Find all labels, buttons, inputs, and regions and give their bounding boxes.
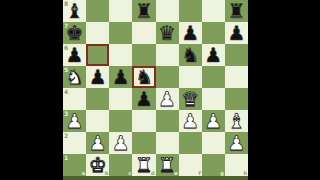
square-g2[interactable] xyxy=(202,132,225,154)
square-f5[interactable] xyxy=(179,66,202,88)
square-c8[interactable] xyxy=(109,0,132,22)
square-b5[interactable]: ♟ xyxy=(86,66,109,88)
square-d4[interactable]: ♟ xyxy=(132,88,155,110)
square-b6[interactable] xyxy=(86,44,109,66)
piece-white-pawn-e4[interactable]: ♟ xyxy=(156,88,179,110)
piece-black-rook-d8[interactable]: ♜ xyxy=(132,0,155,22)
piece-black-queen-e7[interactable]: ♛ xyxy=(156,22,179,44)
square-f8[interactable] xyxy=(179,0,202,22)
square-f6[interactable]: ♞ xyxy=(179,44,202,66)
square-a7[interactable]: 7♚ xyxy=(63,22,86,44)
piece-black-pawn-f7[interactable]: ♟ xyxy=(179,22,202,44)
square-a5[interactable]: 5♞ xyxy=(63,66,86,88)
square-c1[interactable]: c xyxy=(109,154,132,176)
square-a4[interactable]: 4 xyxy=(63,88,86,110)
square-g4[interactable] xyxy=(202,88,225,110)
square-a3[interactable]: 3♟ xyxy=(63,110,86,132)
square-c7[interactable] xyxy=(109,22,132,44)
chess-board: 8♝♜♜7♚♛♟♟6♟♞♟5♞♟♟♞4♟♟♛3♟♟♟♝2♟♟♟1ab♚cd♜e♜… xyxy=(63,0,248,176)
piece-white-knight-a5[interactable]: ♞ xyxy=(63,66,86,88)
square-h8[interactable]: ♜ xyxy=(225,0,248,22)
square-g1[interactable]: g xyxy=(202,154,225,176)
square-d3[interactable] xyxy=(132,110,155,132)
square-e6[interactable] xyxy=(156,44,179,66)
square-h6[interactable] xyxy=(225,44,248,66)
rank-label-4: 4 xyxy=(64,88,68,95)
square-b1[interactable]: b♚ xyxy=(86,154,109,176)
square-e7[interactable]: ♛ xyxy=(156,22,179,44)
piece-black-king-a7[interactable]: ♚ xyxy=(63,22,86,44)
piece-black-pawn-b5[interactable]: ♟ xyxy=(86,66,109,88)
square-b4[interactable] xyxy=(86,88,109,110)
square-f4[interactable]: ♛ xyxy=(179,88,202,110)
square-b7[interactable] xyxy=(86,22,109,44)
piece-black-pawn-g6[interactable]: ♟ xyxy=(202,44,225,66)
square-e4[interactable]: ♟ xyxy=(156,88,179,110)
square-h4[interactable] xyxy=(225,88,248,110)
rank-label-1: 1 xyxy=(64,154,68,161)
square-c6[interactable] xyxy=(109,44,132,66)
square-e2[interactable] xyxy=(156,132,179,154)
square-a1[interactable]: 1a xyxy=(63,154,86,176)
piece-black-pawn-a6[interactable]: ♟ xyxy=(63,44,86,66)
square-d2[interactable] xyxy=(132,132,155,154)
piece-white-pawn-h2[interactable]: ♟ xyxy=(225,132,248,154)
piece-white-pawn-f3[interactable]: ♟ xyxy=(179,110,202,132)
square-d6[interactable] xyxy=(132,44,155,66)
piece-white-bishop-h3[interactable]: ♝ xyxy=(225,110,248,132)
piece-white-rook-e1[interactable]: ♜ xyxy=(156,154,179,176)
square-d5[interactable]: ♞ xyxy=(132,66,155,88)
square-f2[interactable] xyxy=(179,132,202,154)
square-f1[interactable]: f xyxy=(179,154,202,176)
piece-black-bishop-a8[interactable]: ♝ xyxy=(63,0,86,22)
square-g7[interactable] xyxy=(202,22,225,44)
piece-white-queen-f4[interactable]: ♛ xyxy=(179,88,202,110)
square-g3[interactable]: ♟ xyxy=(202,110,225,132)
square-d8[interactable]: ♜ xyxy=(132,0,155,22)
piece-white-king-b1[interactable]: ♚ xyxy=(86,154,109,176)
piece-white-pawn-g3[interactable]: ♟ xyxy=(202,110,225,132)
square-c2[interactable]: ♟ xyxy=(109,132,132,154)
square-h1[interactable]: h xyxy=(225,154,248,176)
square-e8[interactable] xyxy=(156,0,179,22)
square-h7[interactable]: ♟ xyxy=(225,22,248,44)
square-b3[interactable] xyxy=(86,110,109,132)
square-g5[interactable] xyxy=(202,66,225,88)
square-e3[interactable] xyxy=(156,110,179,132)
square-b8[interactable] xyxy=(86,0,109,22)
square-h3[interactable]: ♝ xyxy=(225,110,248,132)
piece-white-pawn-b2[interactable]: ♟ xyxy=(86,132,109,154)
piece-black-pawn-d4[interactable]: ♟ xyxy=(132,88,155,110)
square-c3[interactable] xyxy=(109,110,132,132)
piece-black-knight-f6[interactable]: ♞ xyxy=(179,44,202,66)
square-g6[interactable]: ♟ xyxy=(202,44,225,66)
square-d1[interactable]: d♜ xyxy=(132,154,155,176)
piece-white-rook-d1[interactable]: ♜ xyxy=(132,154,155,176)
piece-black-pawn-h7[interactable]: ♟ xyxy=(225,22,248,44)
square-a6[interactable]: 6♟ xyxy=(63,44,86,66)
rank-label-2: 2 xyxy=(64,132,68,139)
square-f3[interactable]: ♟ xyxy=(179,110,202,132)
piece-white-pawn-a3[interactable]: ♟ xyxy=(63,110,86,132)
square-c5[interactable]: ♟ xyxy=(109,66,132,88)
piece-black-pawn-c5[interactable]: ♟ xyxy=(109,66,132,88)
square-h2[interactable]: ♟ xyxy=(225,132,248,154)
square-h5[interactable] xyxy=(225,66,248,88)
square-c4[interactable] xyxy=(109,88,132,110)
square-e1[interactable]: e♜ xyxy=(156,154,179,176)
square-e5[interactable] xyxy=(156,66,179,88)
piece-black-rook-h8[interactable]: ♜ xyxy=(225,0,248,22)
square-f7[interactable]: ♟ xyxy=(179,22,202,44)
piece-black-knight-d5[interactable]: ♞ xyxy=(132,66,155,88)
piece-white-pawn-c2[interactable]: ♟ xyxy=(109,132,132,154)
board-bottom-edge xyxy=(63,176,248,180)
square-b2[interactable]: ♟ xyxy=(86,132,109,154)
square-a8[interactable]: 8♝ xyxy=(63,0,86,22)
square-g8[interactable] xyxy=(202,0,225,22)
square-a2[interactable]: 2 xyxy=(63,132,86,154)
square-d7[interactable] xyxy=(132,22,155,44)
